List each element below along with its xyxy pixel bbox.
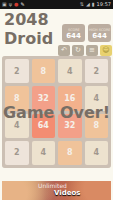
- edit-icon: ✎: [20, 0, 24, 9]
- high-score-value: 644: [92, 32, 107, 40]
- new-game-button[interactable]: ↻: [72, 45, 84, 56]
- game-over-text: Game Over!: [3, 103, 110, 122]
- ad-banner[interactable]: Unlimited Videos: [2, 181, 111, 200]
- high-score-label: HIGH SCORE: [89, 27, 111, 31]
- high-score-badge: HIGH SCORE 644: [88, 24, 111, 42]
- app-title-line1: 2048: [4, 10, 53, 29]
- ad-line2: Videos: [54, 189, 80, 197]
- score-badges: SCORE 644 HIGH SCORE 644: [62, 24, 111, 42]
- data-arrows-icon: ⇅: [80, 0, 84, 9]
- screenshot-icon: ▣: [2, 0, 7, 9]
- status-right-icons: ⇅ ◢ ▮ 19:57: [80, 0, 111, 9]
- score-badge: SCORE 644: [62, 24, 85, 42]
- status-left-icons: ▣ ψ ● ✎: [2, 0, 25, 9]
- settings-icon: ☺: [102, 45, 109, 56]
- battery-icon: ▮: [92, 0, 95, 9]
- refresh-icon: ↻: [75, 45, 81, 56]
- score-label: SCORE: [68, 27, 80, 31]
- app-title-line2: Droid: [4, 29, 53, 48]
- clock: 19:57: [97, 0, 111, 9]
- app-screen: ▣ ψ ● ✎ ⇅ ◢ ▮ 19:57 2048 Droid SCORE 644…: [0, 0, 113, 200]
- status-bar: ▣ ψ ● ✎ ⇅ ◢ ▮ 19:57: [0, 0, 113, 9]
- usb-icon: ψ: [9, 0, 12, 9]
- settings-button[interactable]: ☺: [100, 45, 112, 56]
- undo-button[interactable]: ↶: [58, 45, 70, 56]
- score-value: 644: [66, 32, 81, 40]
- undo-icon: ↶: [61, 45, 67, 56]
- menu-icon: ≡: [89, 45, 95, 56]
- menu-button[interactable]: ≡: [86, 45, 98, 56]
- record-icon: ●: [14, 0, 18, 9]
- game-over-overlay: Game Over!: [2, 56, 111, 168]
- toolbar: ↶ ↻ ≡ ☺: [58, 45, 112, 56]
- signal-icon: ◢: [86, 0, 90, 9]
- board-area: 28428321644643282484 Game Over!: [2, 56, 111, 168]
- app-title: 2048 Droid: [4, 10, 53, 48]
